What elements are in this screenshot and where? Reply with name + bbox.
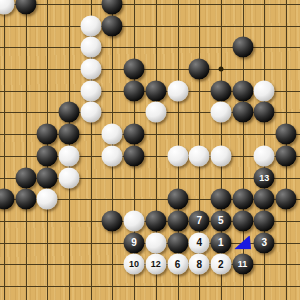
black-stone[interactable] — [232, 102, 253, 123]
white-stone[interactable] — [59, 145, 80, 166]
grid-line-horizontal — [0, 69, 300, 70]
grid-line-horizontal — [0, 286, 300, 287]
black-stone[interactable] — [15, 167, 36, 188]
black-stone[interactable] — [59, 102, 80, 123]
grid-line-horizontal — [0, 4, 300, 5]
black-stone[interactable] — [189, 59, 210, 80]
numbered-stone-7[interactable]: 7 — [189, 210, 210, 231]
black-stone[interactable] — [232, 80, 253, 101]
black-stone[interactable] — [37, 124, 58, 145]
black-stone[interactable] — [210, 189, 231, 210]
go-board[interactable]: 13759413101268211 — [0, 0, 300, 300]
black-stone[interactable] — [15, 189, 36, 210]
black-stone[interactable] — [254, 102, 275, 123]
numbered-stone-2[interactable]: 2 — [210, 254, 231, 275]
move-number-label: 10 — [129, 260, 139, 269]
black-stone[interactable] — [275, 124, 296, 145]
white-stone[interactable] — [37, 189, 58, 210]
grid-line-horizontal — [0, 26, 300, 27]
black-stone[interactable] — [102, 0, 123, 15]
black-stone[interactable] — [0, 189, 15, 210]
star-point-icon — [218, 67, 223, 72]
black-stone[interactable] — [167, 189, 188, 210]
move-number-label: 9 — [131, 238, 137, 248]
numbered-stone-12[interactable]: 12 — [145, 254, 166, 275]
numbered-stone-9[interactable]: 9 — [124, 232, 145, 253]
white-stone[interactable] — [102, 145, 123, 166]
black-stone[interactable] — [254, 189, 275, 210]
black-stone[interactable] — [145, 80, 166, 101]
white-stone[interactable] — [167, 80, 188, 101]
black-stone[interactable] — [232, 189, 253, 210]
white-stone[interactable] — [102, 124, 123, 145]
move-number-label: 3 — [261, 238, 267, 248]
move-number-label: 6 — [175, 259, 181, 269]
black-stone[interactable] — [124, 80, 145, 101]
move-number-label: 7 — [196, 216, 202, 226]
black-stone[interactable] — [102, 15, 123, 36]
white-stone[interactable] — [80, 15, 101, 36]
white-stone[interactable] — [80, 37, 101, 58]
black-stone[interactable] — [124, 59, 145, 80]
white-stone[interactable] — [80, 80, 101, 101]
black-stone[interactable] — [232, 210, 253, 231]
black-stone[interactable] — [275, 189, 296, 210]
numbered-stone-13[interactable]: 13 — [254, 167, 275, 188]
black-stone[interactable] — [37, 145, 58, 166]
move-number-label: 11 — [238, 260, 248, 269]
numbered-stone-1[interactable]: 1 — [210, 232, 231, 253]
move-number-label: 8 — [196, 259, 202, 269]
black-stone[interactable] — [167, 232, 188, 253]
black-stone[interactable] — [124, 145, 145, 166]
black-stone[interactable] — [15, 0, 36, 15]
white-stone[interactable] — [59, 167, 80, 188]
black-stone[interactable] — [167, 210, 188, 231]
black-stone[interactable] — [124, 124, 145, 145]
white-stone[interactable] — [254, 80, 275, 101]
white-stone[interactable] — [145, 102, 166, 123]
move-number-label: 5 — [218, 216, 224, 226]
numbered-stone-11[interactable]: 11 — [232, 254, 253, 275]
move-number-label: 1 — [218, 238, 224, 248]
move-number-label: 4 — [196, 238, 202, 248]
white-stone[interactable] — [167, 145, 188, 166]
black-stone[interactable] — [145, 210, 166, 231]
white-stone[interactable] — [145, 232, 166, 253]
move-number-label: 12 — [151, 260, 161, 269]
white-stone[interactable] — [80, 59, 101, 80]
black-stone[interactable] — [232, 37, 253, 58]
black-stone[interactable] — [102, 210, 123, 231]
white-stone[interactable] — [80, 102, 101, 123]
numbered-stone-4[interactable]: 4 — [189, 232, 210, 253]
white-stone[interactable] — [210, 145, 231, 166]
white-stone[interactable] — [210, 102, 231, 123]
black-stone[interactable] — [254, 210, 275, 231]
white-stone[interactable] — [189, 145, 210, 166]
move-number-label: 2 — [218, 259, 224, 269]
move-number-label: 13 — [259, 173, 269, 182]
white-stone[interactable] — [0, 0, 15, 15]
black-stone[interactable] — [210, 80, 231, 101]
go-app-screenshot: 13759413101268211 — [0, 0, 300, 300]
grid-line-vertical — [4, 0, 5, 300]
white-stone[interactable] — [124, 210, 145, 231]
grid-line-vertical — [26, 0, 27, 300]
black-stone[interactable] — [37, 167, 58, 188]
numbered-stone-6[interactable]: 6 — [167, 254, 188, 275]
numbered-stone-10[interactable]: 10 — [124, 254, 145, 275]
grid-line-horizontal — [0, 47, 300, 48]
black-stone[interactable] — [59, 124, 80, 145]
black-stone[interactable] — [275, 145, 296, 166]
numbered-stone-5[interactable]: 5 — [210, 210, 231, 231]
white-stone[interactable] — [254, 145, 275, 166]
numbered-stone-8[interactable]: 8 — [189, 254, 210, 275]
numbered-stone-3[interactable]: 3 — [254, 232, 275, 253]
